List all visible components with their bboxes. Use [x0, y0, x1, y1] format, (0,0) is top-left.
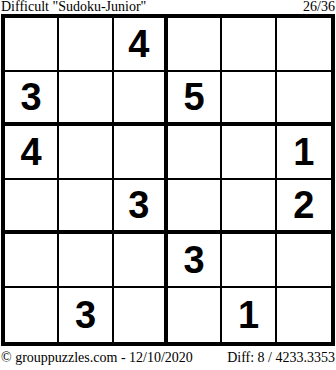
difficulty-text: Diff: 8 / 4233.3353 — [227, 351, 335, 365]
cell-r1c4[interactable] — [168, 18, 222, 72]
cell-r2c2[interactable] — [59, 72, 113, 126]
cell-r4c4[interactable] — [168, 180, 222, 234]
cell-r5c5[interactable] — [222, 234, 276, 288]
cell-r1c5[interactable] — [222, 18, 276, 72]
cell-r2c6[interactable] — [277, 72, 331, 126]
header: Difficult "Sudoku-Junior" 26/36 — [0, 0, 336, 14]
cell-r6c1[interactable] — [5, 288, 59, 342]
cell-r5c2[interactable] — [59, 234, 113, 288]
cell-r6c3[interactable] — [114, 288, 168, 342]
cell-r5c6[interactable] — [277, 234, 331, 288]
cell-r3c4[interactable] — [168, 126, 222, 180]
cell-r5c3[interactable] — [114, 234, 168, 288]
cell-r3c1-given[interactable]: 4 — [5, 126, 59, 180]
puzzle-title: Difficult "Sudoku-Junior" — [1, 0, 146, 14]
cell-r6c2-given[interactable]: 3 — [59, 288, 113, 342]
cell-r2c5[interactable] — [222, 72, 276, 126]
sudoku-board: 4354132331 — [1, 14, 335, 346]
cell-r4c2[interactable] — [59, 180, 113, 234]
puzzle-page: Difficult "Sudoku-Junior" 26/36 43541323… — [0, 0, 336, 370]
cell-r1c3-given[interactable]: 4 — [114, 18, 168, 72]
cell-r6c6[interactable] — [277, 288, 331, 342]
cell-r3c5[interactable] — [222, 126, 276, 180]
cell-r4c1[interactable] — [5, 180, 59, 234]
cell-r4c3-given[interactable]: 3 — [114, 180, 168, 234]
cell-r6c4[interactable] — [168, 288, 222, 342]
cell-r6c5-given[interactable]: 1 — [222, 288, 276, 342]
cell-r4c5[interactable] — [222, 180, 276, 234]
cell-r3c3[interactable] — [114, 126, 168, 180]
cell-r3c6-given[interactable]: 1 — [277, 126, 331, 180]
cell-r3c2[interactable] — [59, 126, 113, 180]
cell-r4c6-given[interactable]: 2 — [277, 180, 331, 234]
cell-r1c6[interactable] — [277, 18, 331, 72]
cell-r2c3[interactable] — [114, 72, 168, 126]
puzzle-counter: 26/36 — [303, 0, 335, 14]
copyright-text: © grouppuzzles.com - 12/10/2020 — [1, 351, 193, 365]
cell-r2c1-given[interactable]: 3 — [5, 72, 59, 126]
cell-r2c4-given[interactable]: 5 — [168, 72, 222, 126]
cell-r1c2[interactable] — [59, 18, 113, 72]
cell-r1c1[interactable] — [5, 18, 59, 72]
cell-r5c1[interactable] — [5, 234, 59, 288]
cell-r5c4-given[interactable]: 3 — [168, 234, 222, 288]
footer: © grouppuzzles.com - 12/10/2020 Diff: 8 … — [0, 346, 336, 365]
